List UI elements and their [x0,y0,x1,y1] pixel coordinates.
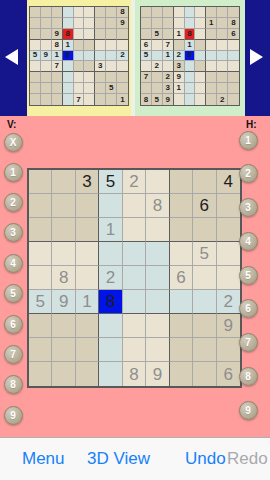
v-slice-cell-r3c5 [74,29,85,40]
cell-r6c1[interactable]: 5 [29,290,52,314]
h-slice-cell-r2c9: 8 [228,18,239,29]
cell-r6c5[interactable] [123,290,146,314]
v-slice-cell-r3c3: 9 [52,29,63,40]
v-slice-cell-r8c3 [52,83,63,94]
v-slice-cell-r6c1 [30,61,41,72]
h-slice-cell-r3c6 [195,29,206,40]
cell-r5c2[interactable]: 8 [52,266,75,290]
sudoku-3d-screen: 8998815918273571 18518667151282372931859… [0,0,270,480]
h-slice-cell-r6c1 [141,61,152,72]
v-slice-cell-r9c4 [63,94,74,105]
cell-r1c9[interactable]: 4 [217,170,240,194]
v-slice-cell-r1c1 [30,7,41,18]
v-slice-cell-r9c6 [84,94,95,105]
h-slice-cell-r5c3: 1 [163,51,174,62]
v-slice-cell-r7c6 [84,72,95,83]
h-slice-cell-r7c8 [217,72,228,83]
v-button-7[interactable]: 7 [4,345,23,364]
h-slice-cell-r1c1 [141,7,152,18]
cell-r5c8[interactable] [193,266,216,290]
cell-r9c9[interactable]: 6 [217,362,240,386]
cell-r8c1[interactable] [29,338,52,362]
h-slice-cell-r4c3: 7 [163,40,174,51]
cell-r5c3[interactable] [76,266,99,290]
cell-r3c4[interactable]: 1 [99,218,122,242]
v-slice-cell-r9c1 [30,94,41,105]
v-slice-cell-r5c9: 2 [117,51,128,62]
cell-r6c9[interactable]: 2 [217,290,240,314]
cell-r7c1[interactable] [29,314,52,338]
cell-r8c6[interactable] [146,338,169,362]
v-slice-cell-r5c8 [106,51,117,62]
h-slice-cell-r6c7 [206,61,217,72]
h-button-4[interactable]: 4 [239,232,258,251]
v-slice-cell-r9c5: 7 [74,94,85,105]
v-axis-label: V: [7,119,16,130]
cell-r4c4[interactable] [99,242,122,266]
h-slice-cell-r7c7 [206,72,217,83]
cell-r2c6[interactable]: 8 [146,194,169,218]
v-slice-cell-r7c5 [74,72,85,83]
cell-r6c2[interactable]: 9 [52,290,75,314]
v-slice-cell-r8c9 [117,83,128,94]
cell-r1c3[interactable]: 3 [76,170,99,194]
h-slice-cell-r1c4 [174,7,185,18]
cell-r9c4[interactable] [99,362,122,386]
v-slice-cell-r5c2: 9 [41,51,52,62]
v-slice-cell-r1c9: 8 [117,7,128,18]
cell-r2c9[interactable] [217,194,240,218]
h-slice-cell-r4c6 [195,40,206,51]
h-slice-cell-r5c2 [152,51,163,62]
v-slice-cell-r3c2 [41,29,52,40]
cell-r8c2[interactable] [52,338,75,362]
h-button-5[interactable]: 5 [239,266,258,285]
cell-r9c2[interactable] [52,362,75,386]
right-arrow-icon [250,49,263,65]
h-slice-cell-r8c6 [195,83,206,94]
cell-r5c6[interactable] [146,266,169,290]
cell-r7c5[interactable] [123,314,146,338]
v-slice-cell-r8c4 [63,83,74,94]
h-slice-cell-r3c8 [217,29,228,40]
v-slice-cell-r6c9 [117,61,128,72]
v-slice-cell-r8c8: 5 [106,83,117,94]
h-slice-cell-r8c1 [141,83,152,94]
h-slice-cell-r8c9 [228,83,239,94]
h-slice-cell-r4c1: 6 [141,40,152,51]
v-slice-cell-r6c4 [63,61,74,72]
h-slice-cell-r1c9 [228,7,239,18]
left-arrow-icon [5,49,18,65]
h-slice-cell-r6c4: 3 [174,61,185,72]
h-slice-cell-r6c8 [217,61,228,72]
v-slice-cell-r2c1 [30,18,41,29]
cell-r2c4[interactable] [99,194,122,218]
cell-r3c9[interactable] [217,218,240,242]
cell-r2c5[interactable] [123,194,146,218]
cell-r5c9[interactable] [217,266,240,290]
h-slice-cell-r6c9 [228,61,239,72]
h-slice-cell-r9c5 [185,94,196,105]
cell-r4c8[interactable]: 5 [193,242,216,266]
h-slice-cell-r3c7 [206,29,217,40]
h-slice-cell-r2c5 [185,18,196,29]
v-slice-cell-r2c8 [106,18,117,29]
cell-r8c7[interactable] [170,338,193,362]
cell-r4c2[interactable] [52,242,75,266]
h-slice-cell-r1c5 [185,7,196,18]
v-slice-cell-r8c5 [74,83,85,94]
h-slice-cell-r3c1 [141,29,152,40]
main-sudoku-board: 35248615826591829896 [27,168,242,388]
v-slice-cell-r7c4 [63,72,74,83]
v-slice-cell-r2c4 [63,18,74,29]
v-slice-cell-r4c8 [106,40,117,51]
cell-r4c3[interactable] [76,242,99,266]
h-slice-cell-r8c3: 3 [163,83,174,94]
h-slice-cell-r7c9 [228,72,239,83]
v-slice-cell-r6c3: 7 [52,61,63,72]
v-button-1[interactable]: 1 [4,163,23,182]
v-slice-cell-r2c3 [52,18,63,29]
cell-r1c4[interactable]: 5 [99,170,122,194]
v-slice-cell-r9c2 [41,94,52,105]
h-slice-cell-r5c8 [217,51,228,62]
cell-r3c1[interactable] [29,218,52,242]
h-slice-cell-r2c4 [174,18,185,29]
cell-r3c2[interactable] [52,218,75,242]
h-slice-cell-r1c3 [163,7,174,18]
h-slice-cell-r5c7 [206,51,217,62]
h-button-2[interactable]: 2 [239,164,258,183]
h-slice-cell-r9c3: 9 [163,94,174,105]
h-slice-cell-r3c4: 1 [174,29,185,40]
h-slice-cell-r9c4 [174,94,185,105]
v-slice-cell-r3c1 [30,29,41,40]
cell-r3c5[interactable] [123,218,146,242]
v-slice-cell-r5c4: 8 [63,51,74,62]
redo-button[interactable]: Redo [227,438,268,480]
cell-r7c3[interactable] [76,314,99,338]
cell-r9c8[interactable] [193,362,216,386]
h-axis-label: H: [246,119,257,130]
cell-r4c9[interactable] [217,242,240,266]
v-clear-button[interactable]: X [4,133,23,152]
v-slice-cell-r2c5 [74,18,85,29]
cell-r2c1[interactable] [29,194,52,218]
cell-r3c3[interactable] [76,218,99,242]
h-button-3[interactable]: 3 [239,198,258,217]
h-slice-cell-r8c4: 1 [174,83,185,94]
v-slice-panel[interactable]: 8998815918273571 [27,0,131,116]
h-slice-cell-r3c3 [163,29,174,40]
v-slice-cell-r9c7 [95,94,106,105]
v-slice-cell-r9c8 [106,94,117,105]
face-preview-bar: 8998815918273571 18518667151282372931859… [0,0,270,116]
h-button-9[interactable]: 9 [239,401,258,420]
h-slice-cell-r9c6 [195,94,206,105]
undo-button[interactable]: Undo [185,438,226,480]
h-slice-cell-r2c2 [152,18,163,29]
cell-r9c5[interactable]: 8 [123,362,146,386]
cell-r2c7[interactable] [170,194,193,218]
v-slice-board: 8998815918273571 [29,6,129,106]
v-slice-cell-r8c6 [84,83,95,94]
cell-r3c8[interactable] [193,218,216,242]
h-slice-cell-r9c1: 8 [141,94,152,105]
v-slice-cell-r7c8 [106,72,117,83]
cell-r9c3[interactable] [76,362,99,386]
v-slice-cell-r9c3 [52,94,63,105]
v-slice-cell-r2c2 [41,18,52,29]
cell-r1c5[interactable]: 2 [123,170,146,194]
v-slice-cell-r5c7 [95,51,106,62]
v-slice-cell-r4c5 [74,40,85,51]
cell-r7c7[interactable] [170,314,193,338]
cell-r1c2[interactable] [52,170,75,194]
cell-r2c3[interactable] [76,194,99,218]
v-button-2[interactable]: 2 [4,193,23,212]
cell-r1c7[interactable] [170,170,193,194]
h-slice-cell-r5c5: 8 [185,51,196,62]
v-slice-cell-r7c2 [41,72,52,83]
v-slice-cell-r1c7 [95,7,106,18]
h-button-7[interactable]: 7 [239,333,258,352]
v-slice-cell-r5c3: 1 [52,51,63,62]
h-slice-cell-r3c9: 6 [228,29,239,40]
cell-r7c6[interactable] [146,314,169,338]
cell-r6c8[interactable] [193,290,216,314]
cell-r6c6[interactable] [146,290,169,314]
cell-r4c6[interactable] [146,242,169,266]
v-slice-cell-r4c1 [30,40,41,51]
cell-r8c5[interactable] [123,338,146,362]
cell-r4c1[interactable] [29,242,52,266]
v-slice-cell-r3c4: 8 [63,29,74,40]
cell-r9c7[interactable] [170,362,193,386]
h-slice-cell-r4c5: 1 [185,40,196,51]
h-slice-cell-r7c3: 2 [163,72,174,83]
v-button-4[interactable]: 4 [4,254,23,273]
v-slice-cell-r8c1 [30,83,41,94]
v-slice-cell-r3c8 [106,29,117,40]
cell-r6c7[interactable] [170,290,193,314]
cell-r4c5[interactable] [123,242,146,266]
v-slice-cell-r8c2 [41,83,52,94]
cell-r6c3[interactable]: 1 [76,290,99,314]
cell-r2c8[interactable]: 6 [193,194,216,218]
v-slice-cell-r5c1: 5 [30,51,41,62]
h-slice-cell-r3c5: 8 [185,29,196,40]
h-slice-cell-r7c2 [152,72,163,83]
cell-r7c4[interactable] [99,314,122,338]
v-slice-cell-r4c4: 1 [63,40,74,51]
h-slice-cell-r5c6 [195,51,206,62]
h-slice-cell-r2c8 [217,18,228,29]
h-slice-cell-r8c7 [206,83,217,94]
v-slice-cell-r3c9 [117,29,128,40]
h-slice-cell-r9c7 [206,94,217,105]
v-slice-cell-r2c9: 9 [117,18,128,29]
h-slice-cell-r2c7: 1 [206,18,217,29]
cell-r9c6[interactable]: 9 [146,362,169,386]
h-slice-cell-r5c9 [228,51,239,62]
cell-r6c4[interactable]: 8 [99,290,122,314]
v-slice-cell-r7c7 [95,72,106,83]
h-slice-cell-r7c5 [185,72,196,83]
h-slice-cell-r9c9 [228,94,239,105]
h-slice-board: 185186671512823729318592 [140,6,240,106]
cell-r7c9[interactable]: 9 [217,314,240,338]
prev-face-button[interactable] [0,0,27,116]
v-button-6[interactable]: 6 [4,315,23,334]
v-slice-cell-r3c6 [84,29,95,40]
v-slice-cell-r1c6 [84,7,95,18]
v-slice-cell-r4c2 [41,40,52,51]
h-slice-cell-r8c2 [152,83,163,94]
v-button-9[interactable]: 9 [4,406,23,425]
v-slice-cell-r4c9 [117,40,128,51]
cell-r8c9[interactable] [217,338,240,362]
v-slice-cell-r1c8 [106,7,117,18]
v-slice-cell-r6c8 [106,61,117,72]
cell-r2c2[interactable] [52,194,75,218]
v-slice-cell-r4c6 [84,40,95,51]
v-slice-cell-r1c4 [63,7,74,18]
h-slice-cell-r7c1: 7 [141,72,152,83]
bottom-toolbar: Menu 3D View Undo Redo [0,437,270,480]
cell-r8c8[interactable] [193,338,216,362]
v-slice-cell-r5c6 [84,51,95,62]
v-slice-cell-r4c3: 8 [52,40,63,51]
h-slice-cell-r1c6 [195,7,206,18]
h-slice-cell-r9c2: 5 [152,94,163,105]
h-slice-cell-r8c5 [185,83,196,94]
h-button-1[interactable]: 1 [239,131,258,150]
h-slice-cell-r5c4: 2 [174,51,185,62]
v-slice-cell-r9c9: 1 [117,94,128,105]
h-slice-cell-r7c4: 9 [174,72,185,83]
v-slice-cell-r6c6 [84,61,95,72]
v-slice-cell-r6c5 [74,61,85,72]
cell-r8c3[interactable] [76,338,99,362]
v-slice-cell-r1c2 [41,7,52,18]
v-slice-cell-r6c7: 3 [95,61,106,72]
v-slice-cell-r7c1 [30,72,41,83]
cell-r4c7[interactable] [170,242,193,266]
cell-r5c5[interactable] [123,266,146,290]
next-face-button[interactable] [245,0,270,116]
cell-r5c1[interactable] [29,266,52,290]
cell-r1c8[interactable] [193,170,216,194]
h-slice-cell-r2c1 [141,18,152,29]
v-slice-cell-r8c7 [95,83,106,94]
h-slice-cell-r1c8 [217,7,228,18]
h-slice-cell-r6c6 [195,61,206,72]
cell-r8c4[interactable] [99,338,122,362]
h-slice-cell-r6c2: 2 [152,61,163,72]
cell-r3c7[interactable] [170,218,193,242]
h-slice-cell-r4c2 [152,40,163,51]
h-slice-cell-r4c7 [206,40,217,51]
h-slice-cell-r1c2 [152,7,163,18]
h-slice-cell-r3c2: 5 [152,29,163,40]
cell-r5c4[interactable]: 2 [99,266,122,290]
v-slice-cell-r4c7 [95,40,106,51]
h-slice-cell-r2c6 [195,18,206,29]
v-slice-cell-r2c7 [95,18,106,29]
h-slice-cell-r9c8: 2 [217,94,228,105]
h-slice-cell-r4c8 [217,40,228,51]
v-slice-cell-r5c5 [74,51,85,62]
h-button-6[interactable]: 6 [239,299,258,318]
cell-r1c6[interactable] [146,170,169,194]
v-slice-cell-r6c2 [41,61,52,72]
h-slice-cell-r6c5 [185,61,196,72]
cell-r5c7[interactable]: 6 [170,266,193,290]
v-slice-cell-r7c3 [52,72,63,83]
h-slice-cell-r4c4 [174,40,185,51]
h-slice-cell-r1c7 [206,7,217,18]
h-slice-cell-r4c9 [228,40,239,51]
v-slice-cell-r1c5 [74,7,85,18]
h-slice-cell-r8c8 [217,83,228,94]
h-slice-cell-r7c6 [195,72,206,83]
h-button-8[interactable]: 8 [239,367,258,386]
cell-r3c6[interactable] [146,218,169,242]
v-slice-cell-r1c3 [52,7,63,18]
v-button-8[interactable]: 8 [4,375,23,394]
v-button-5[interactable]: 5 [4,284,23,303]
cell-r7c2[interactable] [52,314,75,338]
v-button-3[interactable]: 3 [4,223,23,242]
h-slice-cell-r6c3 [163,61,174,72]
cell-r7c8[interactable] [193,314,216,338]
h-slice-cell-r5c1: 5 [141,51,152,62]
v-slice-cell-r7c9 [117,72,128,83]
v-slice-cell-r2c6 [84,18,95,29]
h-slice-panel[interactable]: 185186671512823729318592 [135,0,245,116]
h-slice-cell-r2c3 [163,18,174,29]
3d-view-button[interactable]: 3D View [87,438,150,480]
cell-r1c1[interactable] [29,170,52,194]
menu-button[interactable]: Menu [22,438,65,480]
v-slice-cell-r3c7 [95,29,106,40]
cell-r9c1[interactable] [29,362,52,386]
